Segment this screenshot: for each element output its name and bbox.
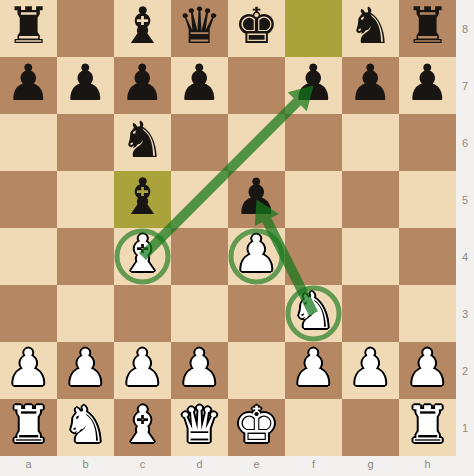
black-queen-d8[interactable]: ♛ [177, 0, 222, 55]
square-b2[interactable]: ♟ [57, 342, 114, 399]
square-d8[interactable]: ♛ [171, 0, 228, 57]
square-h2[interactable]: ♟ [399, 342, 456, 399]
black-pawn-b7[interactable]: ♟ [63, 55, 108, 112]
square-h7[interactable]: ♟ [399, 57, 456, 114]
square-e8[interactable]: ♚ [228, 0, 285, 57]
square-f3[interactable]: ♞ [285, 285, 342, 342]
square-f5[interactable] [285, 171, 342, 228]
square-g8[interactable]: ♞ [342, 0, 399, 57]
square-e4[interactable]: ♟ [228, 228, 285, 285]
square-e2[interactable] [228, 342, 285, 399]
black-pawn-a7[interactable]: ♟ [6, 55, 51, 112]
square-a6[interactable] [0, 114, 57, 171]
file-label-h: h [399, 456, 456, 476]
square-d3[interactable] [171, 285, 228, 342]
white-pawn-g2[interactable]: ♟ [348, 340, 393, 397]
square-d4[interactable] [171, 228, 228, 285]
square-a3[interactable] [0, 285, 57, 342]
rank-label-8: 8 [456, 0, 474, 57]
square-e1[interactable]: ♚ [228, 399, 285, 456]
square-h4[interactable] [399, 228, 456, 285]
square-h3[interactable] [399, 285, 456, 342]
black-pawn-h7[interactable]: ♟ [405, 55, 450, 112]
square-g4[interactable] [342, 228, 399, 285]
black-king-e8[interactable]: ♚ [234, 0, 279, 55]
square-h8[interactable]: ♜ [399, 0, 456, 57]
file-label-b: b [57, 456, 114, 476]
white-bishop-c4[interactable]: ♝ [120, 226, 165, 283]
square-h5[interactable] [399, 171, 456, 228]
white-queen-d1[interactable]: ♛ [177, 397, 222, 454]
rank-label-6: 6 [456, 114, 474, 171]
white-pawn-a2[interactable]: ♟ [6, 340, 51, 397]
square-c4[interactable]: ♝ [114, 228, 171, 285]
file-row: abcdefgh [0, 456, 474, 476]
square-b6[interactable] [57, 114, 114, 171]
square-d7[interactable]: ♟ [171, 57, 228, 114]
square-g6[interactable] [342, 114, 399, 171]
white-pawn-f2[interactable]: ♟ [291, 340, 336, 397]
square-g3[interactable] [342, 285, 399, 342]
file-label-g: g [342, 456, 399, 476]
square-b5[interactable] [57, 171, 114, 228]
white-pawn-b2[interactable]: ♟ [63, 340, 108, 397]
square-b1[interactable]: ♞ [57, 399, 114, 456]
square-a4[interactable] [0, 228, 57, 285]
square-b3[interactable] [57, 285, 114, 342]
white-rook-a1[interactable]: ♜ [6, 397, 51, 454]
square-a7[interactable]: ♟ [0, 57, 57, 114]
black-bishop-c8[interactable]: ♝ [120, 0, 165, 55]
file-label-a: a [0, 456, 57, 476]
rank-label-7: 7 [456, 57, 474, 114]
square-d1[interactable]: ♛ [171, 399, 228, 456]
square-a2[interactable]: ♟ [0, 342, 57, 399]
square-c1[interactable]: ♝ [114, 399, 171, 456]
rank-label-1: 1 [456, 399, 474, 456]
black-pawn-g7[interactable]: ♟ [348, 55, 393, 112]
square-g2[interactable]: ♟ [342, 342, 399, 399]
black-rook-h8[interactable]: ♜ [405, 0, 450, 55]
square-f1[interactable] [285, 399, 342, 456]
square-c5[interactable]: ♝ [114, 171, 171, 228]
square-c6[interactable]: ♞ [114, 114, 171, 171]
black-knight-c6[interactable]: ♞ [120, 112, 165, 169]
square-f8[interactable] [285, 0, 342, 57]
white-rook-h1[interactable]: ♜ [405, 397, 450, 454]
square-b7[interactable]: ♟ [57, 57, 114, 114]
black-pawn-f7[interactable]: ♟ [291, 55, 336, 112]
square-f2[interactable]: ♟ [285, 342, 342, 399]
square-b4[interactable] [57, 228, 114, 285]
white-bishop-c1[interactable]: ♝ [120, 397, 165, 454]
file-label-d: d [171, 456, 228, 476]
chess-board: ♜♝♛♚♞♜♟♟♟♟♟♟♟♞♝♟♝♟♞♟♟♟♟♟♟♟♜♞♝♛♚♜ [0, 0, 456, 456]
black-bishop-c5[interactable]: ♝ [120, 169, 165, 226]
white-pawn-h2[interactable]: ♟ [405, 340, 450, 397]
white-pawn-c2[interactable]: ♟ [120, 340, 165, 397]
square-c8[interactable]: ♝ [114, 0, 171, 57]
white-pawn-e4[interactable]: ♟ [234, 226, 279, 283]
square-c3[interactable] [114, 285, 171, 342]
square-e7[interactable] [228, 57, 285, 114]
square-e5[interactable]: ♟ [228, 171, 285, 228]
square-d6[interactable] [171, 114, 228, 171]
square-e3[interactable] [228, 285, 285, 342]
square-g5[interactable] [342, 171, 399, 228]
square-f4[interactable] [285, 228, 342, 285]
square-d2[interactable]: ♟ [171, 342, 228, 399]
rank-label-3: 3 [456, 285, 474, 342]
square-g1[interactable] [342, 399, 399, 456]
board-row: ♜♝♛♚♞♜♟♟♟♟♟♟♟♞♝♟♝♟♞♟♟♟♟♟♟♟♜♞♝♛♚♜ 8765432… [0, 0, 474, 456]
square-c2[interactable]: ♟ [114, 342, 171, 399]
black-knight-g8[interactable]: ♞ [348, 0, 393, 55]
black-pawn-d7[interactable]: ♟ [177, 55, 222, 112]
square-a5[interactable] [0, 171, 57, 228]
black-pawn-c7[interactable]: ♟ [120, 55, 165, 112]
white-king-e1[interactable]: ♚ [234, 397, 279, 454]
file-label-f: f [285, 456, 342, 476]
square-h1[interactable]: ♜ [399, 399, 456, 456]
square-c7[interactable]: ♟ [114, 57, 171, 114]
file-coordinates: abcdefgh [0, 456, 456, 476]
file-label-e: e [228, 456, 285, 476]
white-knight-b1[interactable]: ♞ [63, 397, 108, 454]
square-f7[interactable]: ♟ [285, 57, 342, 114]
rank-label-2: 2 [456, 342, 474, 399]
square-a1[interactable]: ♜ [0, 399, 57, 456]
square-a8[interactable]: ♜ [0, 0, 57, 57]
white-pawn-d2[interactable]: ♟ [177, 340, 222, 397]
chess-app: ♜♝♛♚♞♜♟♟♟♟♟♟♟♞♝♟♝♟♞♟♟♟♟♟♟♟♜♞♝♛♚♜ 8765432… [0, 0, 474, 476]
black-pawn-e5[interactable]: ♟ [234, 169, 279, 226]
square-f6[interactable] [285, 114, 342, 171]
file-label-c: c [114, 456, 171, 476]
square-e6[interactable] [228, 114, 285, 171]
white-knight-f3[interactable]: ♞ [291, 283, 336, 340]
square-d5[interactable] [171, 171, 228, 228]
rank-coordinates: 87654321 [456, 0, 474, 456]
rank-label-5: 5 [456, 171, 474, 228]
square-b8[interactable] [57, 0, 114, 57]
black-rook-a8[interactable]: ♜ [6, 0, 51, 55]
corner-spacer [456, 456, 474, 476]
square-g7[interactable]: ♟ [342, 57, 399, 114]
square-h6[interactable] [399, 114, 456, 171]
rank-label-4: 4 [456, 228, 474, 285]
